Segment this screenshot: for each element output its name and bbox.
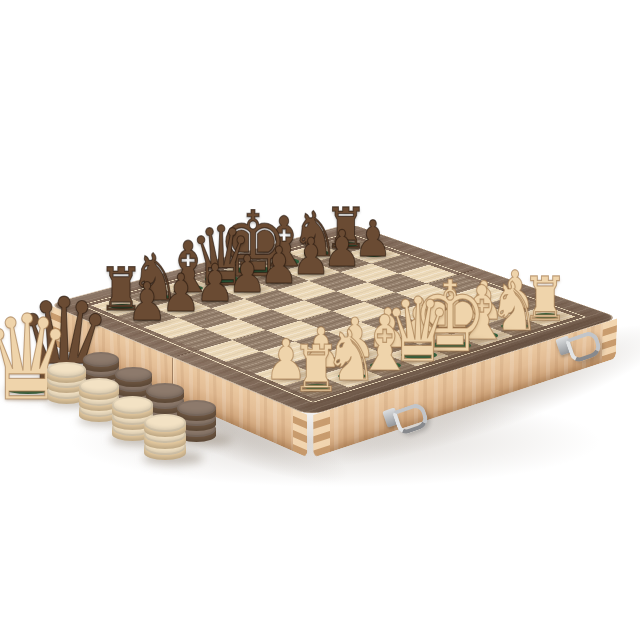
checker-light [112,418,153,441]
spare-queen-shadow [4,385,69,399]
felt-base [7,386,49,394]
checker-side [112,416,153,430]
checker-stack-shadow [114,399,168,411]
checker-dark [146,403,184,424]
checker-stack-shadow [145,416,200,428]
checker-light [47,362,86,383]
checker-dark [83,371,119,391]
checker-top [79,378,119,395]
checker-light [79,400,119,422]
checker-stack-shadow [78,414,136,427]
finger-joint [602,319,618,363]
checker-top [144,414,186,432]
checker-stack-shadow [143,451,204,464]
checker-stack-light-3 [112,396,153,441]
felt-base [42,376,89,385]
checker-light [79,378,119,400]
checker-side [112,427,153,441]
fold-seam-edge [172,357,174,398]
checker-side [144,434,186,449]
checker-top [112,396,153,413]
checker-side [47,369,86,383]
board-side-left [50,305,307,457]
checker-side [144,423,186,438]
chess-board [48,223,620,416]
checker-stack-shadow [110,432,169,445]
checker-light [112,396,153,419]
checker-top [112,418,153,435]
checker-light [144,437,186,460]
checker-top [47,372,86,388]
checker-side [146,400,184,413]
checker-side [112,405,153,419]
checker-top [177,421,216,437]
checker-top [112,407,153,424]
checker-side [177,428,216,442]
checker-light [47,383,86,404]
checker-top [79,389,119,406]
chess-set-product-photo: ♜♞♝♛♚♝♞♜♟♟♟♟♟♟♟♟♟♟♟♟♟♟♟♟♜♞♝♛♚♝♞♜ ♛♛ [0,0,640,640]
checker-light [112,407,153,430]
checker-stack-shadow [83,383,135,395]
checker-light [47,372,86,393]
finger-joint [50,305,63,349]
checker-light [144,426,186,449]
finger-joint [293,409,308,458]
checker-top [83,371,119,386]
checker-side [83,378,119,391]
checker-stack-light-2 [79,378,119,422]
checker-top [146,403,184,419]
checker-side [144,445,186,460]
checker-light [79,389,119,411]
checker-dark [177,421,216,442]
finger-joint [313,410,330,458]
checker-side [115,394,152,407]
checker-stack-shadow [46,396,103,408]
latch-loop-icon [392,401,431,436]
checker-side [177,418,216,432]
checker-stack-light-4 [144,414,186,460]
spare-queen-shadow [37,375,109,391]
checker-side [47,390,86,404]
checker-top [144,426,186,444]
checker-side [79,386,119,400]
checker-stack-shadow [176,434,233,446]
checker-top [79,400,119,417]
checker-top [115,387,152,403]
checker-top [144,437,186,455]
checker-top [47,383,86,399]
checker-dark [115,387,152,407]
checker-light [144,414,186,437]
checker-top [47,362,86,378]
checker-side [146,411,184,424]
checker-side [47,380,86,394]
checker-stack-light-1 [47,361,86,404]
checker-side [79,408,119,422]
checker-side [79,397,119,411]
